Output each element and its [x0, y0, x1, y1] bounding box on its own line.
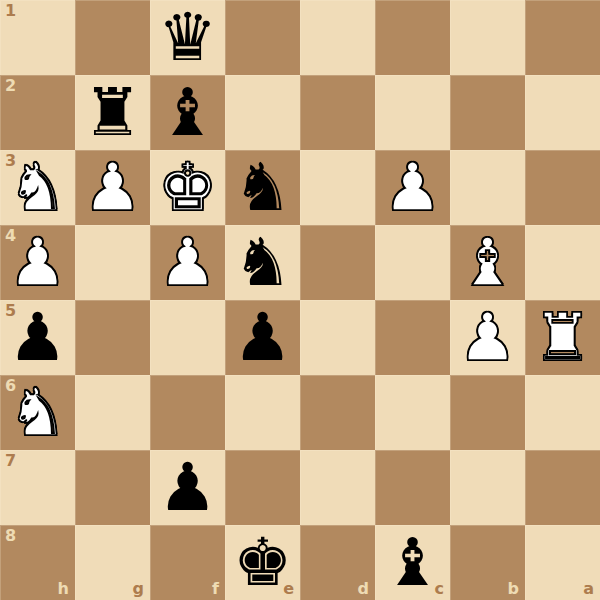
square-b4[interactable]: ♝ [450, 225, 525, 300]
white-pawn-g3[interactable]: ♟ [75, 150, 150, 225]
square-f6[interactable] [150, 375, 225, 450]
square-e3[interactable]: ♞ [225, 150, 300, 225]
square-b2[interactable] [450, 75, 525, 150]
square-h6[interactable]: 6♞ [0, 375, 75, 450]
square-d5[interactable] [300, 300, 375, 375]
square-d7[interactable] [300, 450, 375, 525]
square-c7[interactable] [375, 450, 450, 525]
square-g1[interactable] [75, 0, 150, 75]
square-a6[interactable] [525, 375, 600, 450]
white-knight-h3[interactable]: ♞ [0, 150, 75, 225]
square-d8[interactable]: d [300, 525, 375, 600]
square-c8[interactable]: c♝ [375, 525, 450, 600]
black-queen-f1[interactable]: ♛ [150, 0, 225, 75]
square-f5[interactable] [150, 300, 225, 375]
square-e5[interactable]: ♟ [225, 300, 300, 375]
rank-label-2: 2 [5, 78, 16, 94]
square-g4[interactable] [75, 225, 150, 300]
square-g3[interactable]: ♟ [75, 150, 150, 225]
white-pawn-c3[interactable]: ♟ [375, 150, 450, 225]
square-h5[interactable]: 5♟ [0, 300, 75, 375]
square-f3[interactable]: ♚ [150, 150, 225, 225]
square-d3[interactable] [300, 150, 375, 225]
chess-board: 1♛2♜♝3♞♟♚♞♟4♟♟♞♝5♟♟♟♜6♞7♟8hgfe♚dc♝ba [0, 0, 600, 600]
square-d4[interactable] [300, 225, 375, 300]
square-b5[interactable]: ♟ [450, 300, 525, 375]
square-d2[interactable] [300, 75, 375, 150]
square-g8[interactable]: g [75, 525, 150, 600]
square-d6[interactable] [300, 375, 375, 450]
white-bishop-b4[interactable]: ♝ [450, 225, 525, 300]
white-knight-h6[interactable]: ♞ [0, 375, 75, 450]
black-king-e8[interactable]: ♚ [225, 525, 300, 600]
black-pawn-h5[interactable]: ♟ [0, 300, 75, 375]
file-label-b: b [508, 581, 519, 597]
rank-label-8: 8 [5, 528, 16, 544]
square-e7[interactable] [225, 450, 300, 525]
square-h7[interactable]: 7 [0, 450, 75, 525]
square-e1[interactable] [225, 0, 300, 75]
square-a8[interactable]: a [525, 525, 600, 600]
white-king-f3[interactable]: ♚ [150, 150, 225, 225]
black-knight-e3[interactable]: ♞ [225, 150, 300, 225]
square-f2[interactable]: ♝ [150, 75, 225, 150]
square-a1[interactable] [525, 0, 600, 75]
square-e2[interactable] [225, 75, 300, 150]
square-c6[interactable] [375, 375, 450, 450]
square-e6[interactable] [225, 375, 300, 450]
square-f4[interactable]: ♟ [150, 225, 225, 300]
square-e8[interactable]: e♚ [225, 525, 300, 600]
square-a3[interactable] [525, 150, 600, 225]
square-c3[interactable]: ♟ [375, 150, 450, 225]
black-pawn-f7[interactable]: ♟ [150, 450, 225, 525]
rank-label-1: 1 [5, 3, 16, 19]
file-label-f: f [212, 581, 219, 597]
square-f8[interactable]: f [150, 525, 225, 600]
square-e4[interactable]: ♞ [225, 225, 300, 300]
black-bishop-f2[interactable]: ♝ [150, 75, 225, 150]
square-b8[interactable]: b [450, 525, 525, 600]
rank-label-7: 7 [5, 453, 16, 469]
file-label-h: h [58, 581, 69, 597]
square-c2[interactable] [375, 75, 450, 150]
square-h8[interactable]: 8h [0, 525, 75, 600]
square-g5[interactable] [75, 300, 150, 375]
square-h3[interactable]: 3♞ [0, 150, 75, 225]
square-d1[interactable] [300, 0, 375, 75]
white-pawn-f4[interactable]: ♟ [150, 225, 225, 300]
square-b1[interactable] [450, 0, 525, 75]
square-c1[interactable] [375, 0, 450, 75]
square-a5[interactable]: ♜ [525, 300, 600, 375]
square-h2[interactable]: 2 [0, 75, 75, 150]
black-bishop-c8[interactable]: ♝ [375, 525, 450, 600]
square-f1[interactable]: ♛ [150, 0, 225, 75]
black-pawn-e5[interactable]: ♟ [225, 300, 300, 375]
square-g2[interactable]: ♜ [75, 75, 150, 150]
file-label-d: d [358, 581, 369, 597]
square-g6[interactable] [75, 375, 150, 450]
square-c4[interactable] [375, 225, 450, 300]
file-label-g: g [133, 581, 144, 597]
black-knight-e4[interactable]: ♞ [225, 225, 300, 300]
square-h4[interactable]: 4♟ [0, 225, 75, 300]
square-g7[interactable] [75, 450, 150, 525]
square-b7[interactable] [450, 450, 525, 525]
white-pawn-h4[interactable]: ♟ [0, 225, 75, 300]
square-b6[interactable] [450, 375, 525, 450]
black-rook-g2[interactable]: ♜ [75, 75, 150, 150]
white-pawn-b5[interactable]: ♟ [450, 300, 525, 375]
square-a2[interactable] [525, 75, 600, 150]
square-b3[interactable] [450, 150, 525, 225]
square-a7[interactable] [525, 450, 600, 525]
square-h1[interactable]: 1 [0, 0, 75, 75]
square-c5[interactable] [375, 300, 450, 375]
square-a4[interactable] [525, 225, 600, 300]
file-label-a: a [583, 581, 594, 597]
white-rook-a5[interactable]: ♜ [525, 300, 600, 375]
square-f7[interactable]: ♟ [150, 450, 225, 525]
